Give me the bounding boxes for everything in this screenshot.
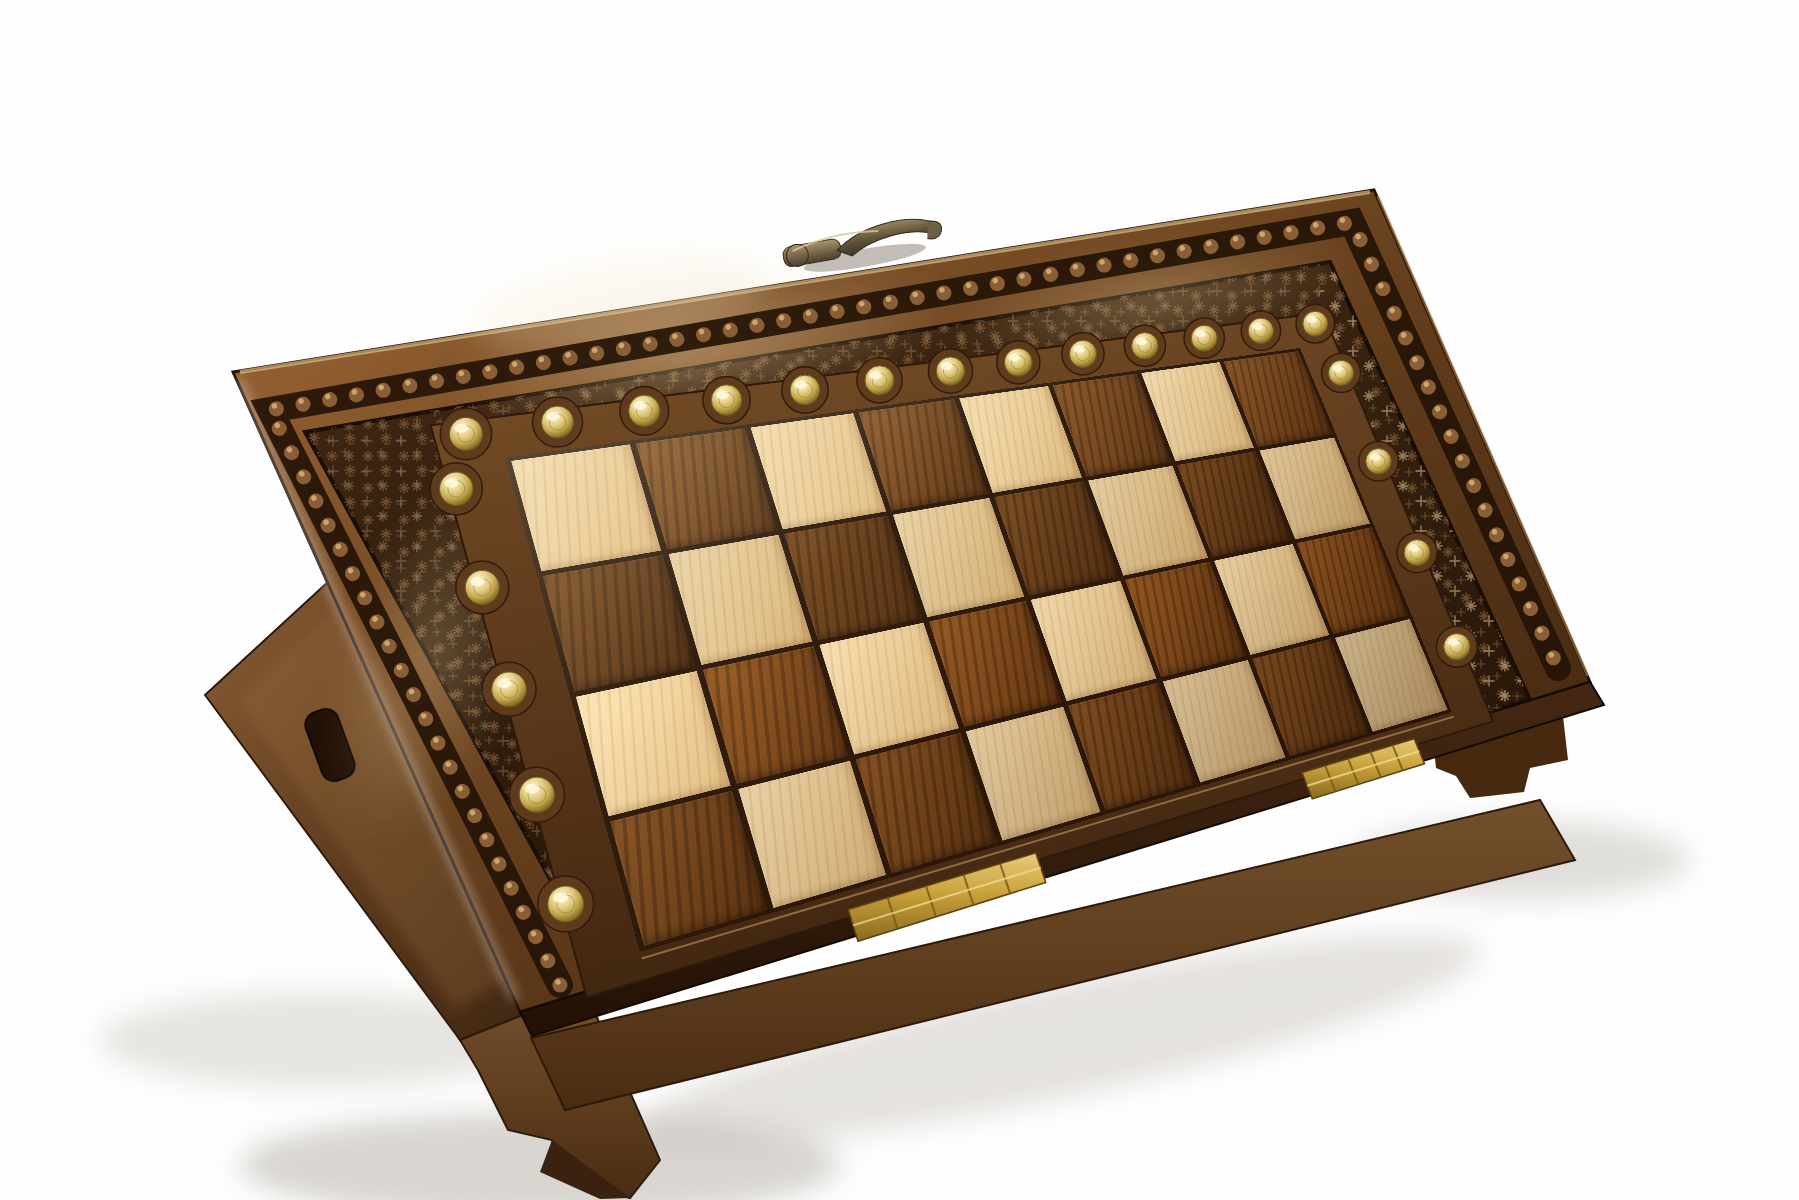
stud-scallop	[620, 386, 669, 435]
stud-scallop	[430, 463, 482, 515]
product-photo	[0, 0, 1799, 1200]
stud-scallop	[703, 376, 750, 423]
stud-scallop	[509, 767, 564, 822]
stud-scallop	[928, 349, 972, 393]
stud-scallop	[782, 367, 828, 413]
stud-scallop	[538, 876, 594, 932]
board-square	[576, 671, 730, 816]
board-square	[543, 555, 695, 691]
stud-scallop	[440, 408, 491, 459]
stud-scallop	[482, 662, 536, 716]
stud-scallop	[1062, 333, 1104, 375]
stud-scallop	[1184, 318, 1224, 358]
stud-scallop	[1437, 626, 1478, 667]
stud-scallop	[533, 397, 583, 447]
stud-scallop	[997, 341, 1040, 384]
stud-scallop	[1397, 533, 1437, 573]
stud-scallop	[1359, 442, 1399, 482]
stud-scallop	[1322, 353, 1361, 392]
stud-scallop	[1296, 304, 1335, 343]
stud-scallop	[1241, 311, 1280, 350]
stud-scallop	[1124, 325, 1165, 366]
board-square	[511, 444, 661, 571]
stud-scallop	[857, 358, 902, 403]
stud-scallop	[456, 561, 509, 614]
